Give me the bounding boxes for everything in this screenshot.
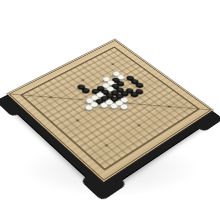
product-photo-scene: ●●●●●●●●●●●●●●●●●●●●●●●●●●●●●●●●●●●●●●●●… bbox=[0, 0, 220, 220]
